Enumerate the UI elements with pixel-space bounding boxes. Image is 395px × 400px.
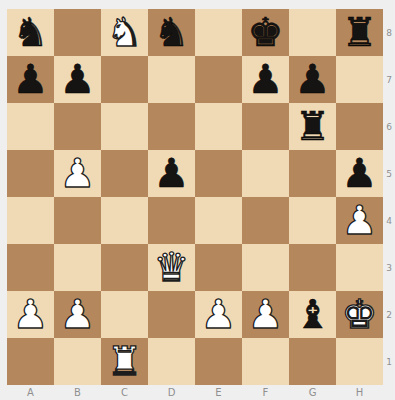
square-a2[interactable]: ♟ bbox=[7, 291, 54, 338]
rank-labels: 87654321 bbox=[383, 9, 395, 385]
square-d4[interactable] bbox=[148, 197, 195, 244]
square-f2[interactable]: ♟ bbox=[242, 291, 289, 338]
square-c3[interactable] bbox=[101, 244, 148, 291]
black-king-f8[interactable]: ♚ bbox=[248, 9, 284, 56]
square-a6[interactable] bbox=[7, 103, 54, 150]
square-b8[interactable] bbox=[54, 9, 101, 56]
square-b5[interactable]: ♟ bbox=[54, 150, 101, 197]
square-f3[interactable] bbox=[242, 244, 289, 291]
square-a3[interactable] bbox=[7, 244, 54, 291]
white-rook-c1[interactable]: ♜ bbox=[107, 338, 143, 385]
square-e3[interactable] bbox=[195, 244, 242, 291]
white-pawn-b2[interactable]: ♟ bbox=[60, 291, 96, 338]
square-a8[interactable]: ♞ bbox=[7, 9, 54, 56]
square-d2[interactable] bbox=[148, 291, 195, 338]
square-a5[interactable] bbox=[7, 150, 54, 197]
square-b3[interactable] bbox=[54, 244, 101, 291]
square-e7[interactable] bbox=[195, 56, 242, 103]
file-label-e: E bbox=[195, 384, 242, 400]
square-h6[interactable] bbox=[336, 103, 383, 150]
square-d3[interactable]: ♛ bbox=[148, 244, 195, 291]
black-rook-h8[interactable]: ♜ bbox=[342, 9, 378, 56]
square-b6[interactable] bbox=[54, 103, 101, 150]
black-pawn-h5[interactable]: ♟ bbox=[342, 150, 378, 197]
square-e6[interactable] bbox=[195, 103, 242, 150]
square-f7[interactable]: ♟ bbox=[242, 56, 289, 103]
square-e2[interactable]: ♟ bbox=[195, 291, 242, 338]
rank-label-4: 4 bbox=[383, 197, 395, 244]
white-king-h2[interactable]: ♚ bbox=[342, 291, 378, 338]
square-g8[interactable] bbox=[289, 9, 336, 56]
square-f5[interactable] bbox=[242, 150, 289, 197]
rank-label-7: 7 bbox=[383, 56, 395, 103]
square-h7[interactable] bbox=[336, 56, 383, 103]
square-d8[interactable]: ♞ bbox=[148, 9, 195, 56]
square-f8[interactable]: ♚ bbox=[242, 9, 289, 56]
black-knight-d8[interactable]: ♞ bbox=[154, 9, 190, 56]
white-pawn-a2[interactable]: ♟ bbox=[13, 291, 49, 338]
square-b7[interactable]: ♟ bbox=[54, 56, 101, 103]
rank-label-8: 8 bbox=[383, 9, 395, 56]
black-pawn-a7[interactable]: ♟ bbox=[13, 56, 49, 103]
rank-label-1: 1 bbox=[383, 338, 395, 385]
square-h3[interactable] bbox=[336, 244, 383, 291]
rank-label-3: 3 bbox=[383, 244, 395, 291]
white-knight-c8[interactable]: ♞ bbox=[107, 9, 143, 56]
square-d7[interactable] bbox=[148, 56, 195, 103]
square-c7[interactable] bbox=[101, 56, 148, 103]
square-c4[interactable] bbox=[101, 197, 148, 244]
square-b2[interactable]: ♟ bbox=[54, 291, 101, 338]
square-b4[interactable] bbox=[54, 197, 101, 244]
file-label-g: G bbox=[289, 384, 336, 400]
rank-label-5: 5 bbox=[383, 150, 395, 197]
square-h2[interactable]: ♚ bbox=[336, 291, 383, 338]
square-h8[interactable]: ♜ bbox=[336, 9, 383, 56]
black-bishop-g2[interactable]: ♝ bbox=[295, 291, 331, 338]
square-e1[interactable] bbox=[195, 338, 242, 385]
chess-board-app: ♞♞♞♚♜♟♟♟♟♜♟♟♟♟♛♟♟♟♟♝♚♜ 87654321 ABCDEFGH bbox=[0, 0, 395, 400]
white-pawn-f2[interactable]: ♟ bbox=[248, 291, 284, 338]
file-label-c: C bbox=[101, 384, 148, 400]
square-g6[interactable]: ♜ bbox=[289, 103, 336, 150]
square-f4[interactable] bbox=[242, 197, 289, 244]
square-h4[interactable]: ♟ bbox=[336, 197, 383, 244]
square-g4[interactable] bbox=[289, 197, 336, 244]
square-c8[interactable]: ♞ bbox=[101, 9, 148, 56]
black-pawn-f7[interactable]: ♟ bbox=[248, 56, 284, 103]
rank-label-6: 6 bbox=[383, 103, 395, 150]
square-h5[interactable]: ♟ bbox=[336, 150, 383, 197]
square-a1[interactable] bbox=[7, 338, 54, 385]
file-label-a: A bbox=[7, 384, 54, 400]
file-label-f: F bbox=[242, 384, 289, 400]
square-f6[interactable] bbox=[242, 103, 289, 150]
square-h1[interactable] bbox=[336, 338, 383, 385]
square-c1[interactable]: ♜ bbox=[101, 338, 148, 385]
square-c2[interactable] bbox=[101, 291, 148, 338]
black-pawn-g7[interactable]: ♟ bbox=[295, 56, 331, 103]
square-b1[interactable] bbox=[54, 338, 101, 385]
square-g1[interactable] bbox=[289, 338, 336, 385]
chess-board: ♞♞♞♚♜♟♟♟♟♜♟♟♟♟♛♟♟♟♟♝♚♜ bbox=[7, 9, 383, 385]
black-knight-a8[interactable]: ♞ bbox=[13, 9, 49, 56]
white-pawn-e2[interactable]: ♟ bbox=[201, 291, 237, 338]
file-label-b: B bbox=[54, 384, 101, 400]
file-labels: ABCDEFGH bbox=[7, 384, 383, 400]
file-label-h: H bbox=[336, 384, 383, 400]
square-g7[interactable]: ♟ bbox=[289, 56, 336, 103]
square-e8[interactable] bbox=[195, 9, 242, 56]
file-label-d: D bbox=[148, 384, 195, 400]
square-a4[interactable] bbox=[7, 197, 54, 244]
square-a7[interactable]: ♟ bbox=[7, 56, 54, 103]
square-e5[interactable] bbox=[195, 150, 242, 197]
square-c5[interactable] bbox=[101, 150, 148, 197]
square-e4[interactable] bbox=[195, 197, 242, 244]
square-g2[interactable]: ♝ bbox=[289, 291, 336, 338]
rank-label-2: 2 bbox=[383, 291, 395, 338]
square-d6[interactable] bbox=[148, 103, 195, 150]
black-pawn-d5[interactable]: ♟ bbox=[154, 150, 190, 197]
square-c6[interactable] bbox=[101, 103, 148, 150]
square-f1[interactable] bbox=[242, 338, 289, 385]
white-queen-d3[interactable]: ♛ bbox=[154, 244, 190, 291]
square-d1[interactable] bbox=[148, 338, 195, 385]
square-g3[interactable] bbox=[289, 244, 336, 291]
square-d5[interactable]: ♟ bbox=[148, 150, 195, 197]
black-rook-g6[interactable]: ♜ bbox=[295, 103, 331, 150]
square-g5[interactable] bbox=[289, 150, 336, 197]
white-pawn-b5[interactable]: ♟ bbox=[60, 150, 96, 197]
black-pawn-b7[interactable]: ♟ bbox=[60, 56, 96, 103]
white-pawn-h4[interactable]: ♟ bbox=[342, 197, 378, 244]
